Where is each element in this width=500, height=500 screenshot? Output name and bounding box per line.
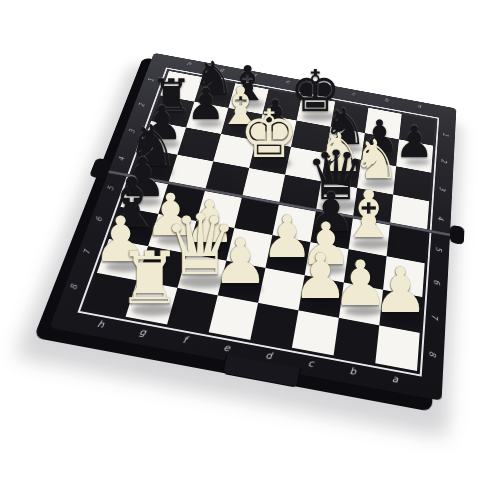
board-hinge-right [450,225,465,245]
square-d8 [250,303,298,348]
square-c8 [292,310,339,355]
square-a8 [375,325,419,371]
chess-board: hhggffeeddccbbaa1122334455667788 [84,71,435,371]
product-photo-stage: hhggffeeddccbbaa1122334455667788 ♜♟♟♟♟♛♟… [0,0,500,500]
square-b8 [334,318,380,363]
